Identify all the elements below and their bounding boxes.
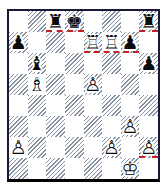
square-c1[interactable] (46, 158, 65, 179)
square-f1[interactable] (102, 158, 121, 179)
square-e6[interactable] (84, 53, 103, 74)
square-e5[interactable]: ♙ (84, 74, 103, 95)
square-f2[interactable]: ♙ (102, 137, 121, 158)
square-e1[interactable] (84, 158, 103, 179)
black-rook-h8[interactable]: ♜ (139, 11, 158, 32)
white-bishop-b5[interactable]: ♗ (28, 74, 47, 95)
square-a7[interactable]: ♟ (9, 32, 28, 53)
square-c4[interactable] (46, 95, 65, 116)
square-d3[interactable] (65, 116, 84, 137)
white-rook-f7[interactable]: ♖ (102, 32, 121, 53)
black-rook-c8[interactable]: ♜ (46, 11, 65, 32)
square-b7[interactable] (28, 32, 47, 53)
square-g1[interactable]: ♔ (121, 158, 140, 179)
square-e3[interactable] (84, 116, 103, 137)
square-c2[interactable] (46, 137, 65, 158)
square-f5[interactable] (102, 74, 121, 95)
square-h2[interactable]: ♙ (139, 137, 158, 158)
square-g7[interactable]: ♟ (121, 32, 140, 53)
square-a4[interactable] (9, 95, 28, 116)
chess-diagram: ♜♚♜♟♖♖♟♝♟♗♙♙♙♙♙♔ (0, 0, 166, 190)
square-h1[interactable] (139, 158, 158, 179)
square-b2[interactable] (28, 137, 47, 158)
square-b5[interactable]: ♗ (28, 74, 47, 95)
square-g5[interactable] (121, 74, 140, 95)
square-h3[interactable] (139, 116, 158, 137)
white-pawn-e5[interactable]: ♙ (84, 74, 103, 95)
square-h5[interactable] (139, 74, 158, 95)
square-d6[interactable] (65, 53, 84, 74)
square-f6[interactable] (102, 53, 121, 74)
square-a1[interactable] (9, 158, 28, 179)
white-rook-e7[interactable]: ♖ (84, 32, 103, 53)
square-d4[interactable] (65, 95, 84, 116)
square-e2[interactable] (84, 137, 103, 158)
square-b1[interactable] (28, 158, 47, 179)
square-c6[interactable] (46, 53, 65, 74)
white-pawn-h2[interactable]: ♙ (139, 137, 158, 158)
square-f3[interactable] (102, 116, 121, 137)
black-pawn-a7[interactable]: ♟ (9, 32, 28, 53)
square-b3[interactable] (28, 116, 47, 137)
square-d7[interactable] (65, 32, 84, 53)
square-h6[interactable]: ♟ (139, 53, 158, 74)
square-e8[interactable] (84, 11, 103, 32)
square-d2[interactable] (65, 137, 84, 158)
square-g8[interactable] (121, 11, 140, 32)
white-king-g1[interactable]: ♔ (121, 158, 140, 179)
square-h8[interactable]: ♜ (139, 11, 158, 32)
square-f7[interactable]: ♖ (102, 32, 121, 53)
white-pawn-f2[interactable]: ♙ (102, 137, 121, 158)
square-a6[interactable] (9, 53, 28, 74)
square-a3[interactable] (9, 116, 28, 137)
square-h4[interactable] (139, 95, 158, 116)
square-b4[interactable] (28, 95, 47, 116)
square-c7[interactable] (46, 32, 65, 53)
square-b8[interactable] (28, 11, 47, 32)
square-c8[interactable]: ♜ (46, 11, 65, 32)
black-bishop-b6[interactable]: ♝ (28, 53, 47, 74)
square-f8[interactable] (102, 11, 121, 32)
black-king-d8[interactable]: ♚ (65, 11, 84, 32)
square-g6[interactable] (121, 53, 140, 74)
square-g2[interactable] (121, 137, 140, 158)
square-e7[interactable]: ♖ (84, 32, 103, 53)
square-a8[interactable] (9, 11, 28, 32)
square-d8[interactable]: ♚ (65, 11, 84, 32)
square-d5[interactable] (65, 74, 84, 95)
square-f4[interactable] (102, 95, 121, 116)
square-g4[interactable] (121, 95, 140, 116)
square-d1[interactable] (65, 158, 84, 179)
chess-board: ♜♚♜♟♖♖♟♝♟♗♙♙♙♙♙♔ (7, 9, 160, 182)
square-h7[interactable] (139, 32, 158, 53)
square-b6[interactable]: ♝ (28, 53, 47, 74)
square-e4[interactable] (84, 95, 103, 116)
black-pawn-g7[interactable]: ♟ (121, 32, 140, 53)
square-a2[interactable]: ♙ (9, 137, 28, 158)
square-g3[interactable]: ♙ (121, 116, 140, 137)
black-pawn-h6[interactable]: ♟ (139, 53, 158, 74)
square-a5[interactable] (9, 74, 28, 95)
white-pawn-a2[interactable]: ♙ (9, 137, 28, 158)
square-c3[interactable] (46, 116, 65, 137)
white-pawn-g3[interactable]: ♙ (121, 116, 140, 137)
square-c5[interactable] (46, 74, 65, 95)
